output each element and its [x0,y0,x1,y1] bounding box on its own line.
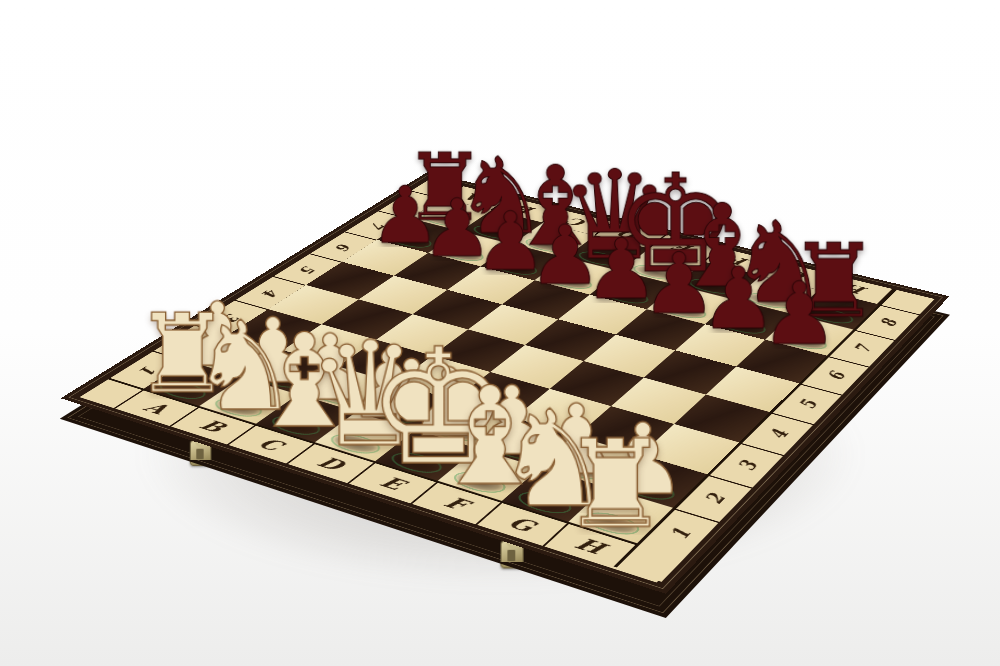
chessboard: ABCDEFGH 87654321 ABCDEFGH 87654321 ♜♞♝♛… [61,172,950,594]
white-rook-h1[interactable]: ♜ [561,435,639,535]
white-knight-g1[interactable]: ♞ [494,404,571,513]
board-top-face: ABCDEFGH 87654321 ABCDEFGH 87654321 ♜♞♝♛… [61,172,950,594]
red-pawn-h7[interactable]: ♟ [760,279,827,350]
scene: ABCDEFGH 87654321 ABCDEFGH 87654321 ♜♞♝♛… [0,0,1000,666]
red-pawn-c7[interactable]: ♟ [474,209,537,275]
red-pawn-g7[interactable]: ♟ [700,264,766,334]
red-pawn-d7[interactable]: ♟ [528,222,592,289]
red-pawn-e7[interactable]: ♟ [584,235,649,303]
red-pawn-f7[interactable]: ♟ [641,249,706,318]
product-photo: ABCDEFGH 87654321 ABCDEFGH 87654321 ♜♞♝♛… [0,0,1000,666]
